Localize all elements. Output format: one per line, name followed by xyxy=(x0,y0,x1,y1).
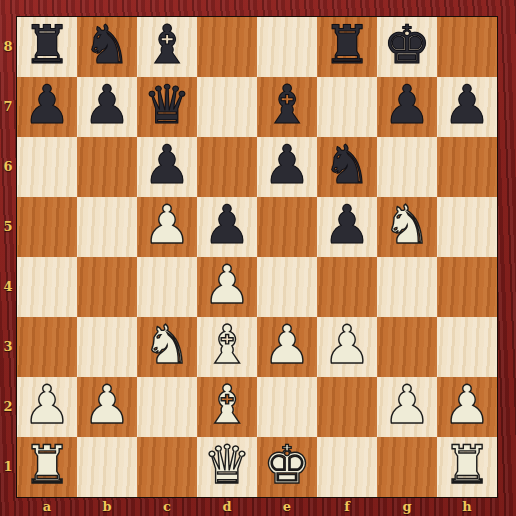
white-bishop[interactable]: ♝ xyxy=(203,375,251,435)
square-c8[interactable]: ♝ xyxy=(137,17,197,77)
square-e7[interactable]: ♝ xyxy=(257,77,317,137)
square-a8[interactable]: ♜ xyxy=(17,17,77,77)
rank-label-3: 3 xyxy=(0,317,16,377)
file-label-f: f xyxy=(317,499,377,516)
square-c1[interactable] xyxy=(137,437,197,497)
square-f5[interactable]: ♟ xyxy=(317,197,377,257)
square-a6[interactable] xyxy=(17,137,77,197)
square-b2[interactable]: ♟ xyxy=(77,377,137,437)
square-f7[interactable] xyxy=(317,77,377,137)
white-knight[interactable]: ♞ xyxy=(143,315,191,375)
square-c3[interactable]: ♞ xyxy=(137,317,197,377)
white-bishop[interactable]: ♝ xyxy=(203,315,251,375)
file-label-h: h xyxy=(437,499,497,516)
square-d5[interactable]: ♟ xyxy=(197,197,257,257)
square-b6[interactable] xyxy=(77,137,137,197)
square-e6[interactable]: ♟ xyxy=(257,137,317,197)
black-pawn[interactable]: ♟ xyxy=(23,75,71,135)
white-pawn[interactable]: ♟ xyxy=(83,375,131,435)
square-b5[interactable] xyxy=(77,197,137,257)
black-knight[interactable]: ♞ xyxy=(83,15,131,75)
square-h6[interactable] xyxy=(437,137,497,197)
chess-board: ♜♞♝♜♚♟♟♛♝♟♟♟♟♞♟♟♟♞♟♞♝♟♟♟♟♝♟♟♜♛♚♜ xyxy=(16,16,498,498)
white-king[interactable]: ♚ xyxy=(263,435,311,495)
file-label-a: a xyxy=(17,499,77,516)
black-rook[interactable]: ♜ xyxy=(23,15,71,75)
square-b3[interactable] xyxy=(77,317,137,377)
square-e4[interactable] xyxy=(257,257,317,317)
black-bishop[interactable]: ♝ xyxy=(143,15,191,75)
rank-label-6: 6 xyxy=(0,137,16,197)
black-bishop[interactable]: ♝ xyxy=(263,75,311,135)
square-b1[interactable] xyxy=(77,437,137,497)
square-h2[interactable]: ♟ xyxy=(437,377,497,437)
square-f3[interactable]: ♟ xyxy=(317,317,377,377)
square-h8[interactable] xyxy=(437,17,497,77)
square-g1[interactable] xyxy=(377,437,437,497)
black-pawn[interactable]: ♟ xyxy=(143,135,191,195)
white-pawn[interactable]: ♟ xyxy=(443,375,491,435)
white-pawn[interactable]: ♟ xyxy=(143,195,191,255)
white-queen[interactable]: ♛ xyxy=(203,435,251,495)
file-label-g: g xyxy=(377,499,437,516)
rank-label-8: 8 xyxy=(0,17,16,77)
square-g2[interactable]: ♟ xyxy=(377,377,437,437)
square-g5[interactable]: ♞ xyxy=(377,197,437,257)
square-f8[interactable]: ♜ xyxy=(317,17,377,77)
white-pawn[interactable]: ♟ xyxy=(203,255,251,315)
square-d7[interactable] xyxy=(197,77,257,137)
square-b7[interactable]: ♟ xyxy=(77,77,137,137)
rank-label-5: 5 xyxy=(0,197,16,257)
rank-label-4: 4 xyxy=(0,257,16,317)
white-pawn[interactable]: ♟ xyxy=(323,315,371,375)
file-label-d: d xyxy=(197,499,257,516)
square-e8[interactable] xyxy=(257,17,317,77)
square-h1[interactable]: ♜ xyxy=(437,437,497,497)
square-e3[interactable]: ♟ xyxy=(257,317,317,377)
file-label-b: b xyxy=(77,499,137,516)
white-pawn[interactable]: ♟ xyxy=(263,315,311,375)
black-queen[interactable]: ♛ xyxy=(143,75,191,135)
square-a1[interactable]: ♜ xyxy=(17,437,77,497)
square-d3[interactable]: ♝ xyxy=(197,317,257,377)
square-g6[interactable] xyxy=(377,137,437,197)
square-g3[interactable] xyxy=(377,317,437,377)
square-f6[interactable]: ♞ xyxy=(317,137,377,197)
square-c2[interactable] xyxy=(137,377,197,437)
square-c6[interactable]: ♟ xyxy=(137,137,197,197)
square-a7[interactable]: ♟ xyxy=(17,77,77,137)
square-h4[interactable] xyxy=(437,257,497,317)
square-a4[interactable] xyxy=(17,257,77,317)
square-a3[interactable] xyxy=(17,317,77,377)
white-pawn[interactable]: ♟ xyxy=(383,375,431,435)
square-c7[interactable]: ♛ xyxy=(137,77,197,137)
black-pawn[interactable]: ♟ xyxy=(203,195,251,255)
white-rook[interactable]: ♜ xyxy=(23,435,71,495)
square-d2[interactable]: ♝ xyxy=(197,377,257,437)
white-rook[interactable]: ♜ xyxy=(443,435,491,495)
black-pawn[interactable]: ♟ xyxy=(323,195,371,255)
square-f2[interactable] xyxy=(317,377,377,437)
square-d6[interactable] xyxy=(197,137,257,197)
file-label-c: c xyxy=(137,499,197,516)
square-f4[interactable] xyxy=(317,257,377,317)
square-d8[interactable] xyxy=(197,17,257,77)
square-a2[interactable]: ♟ xyxy=(17,377,77,437)
rank-label-7: 7 xyxy=(0,77,16,137)
black-pawn[interactable]: ♟ xyxy=(383,75,431,135)
square-h3[interactable] xyxy=(437,317,497,377)
square-a5[interactable] xyxy=(17,197,77,257)
rank-label-2: 2 xyxy=(0,377,16,437)
square-e1[interactable]: ♚ xyxy=(257,437,317,497)
square-h5[interactable] xyxy=(437,197,497,257)
white-knight[interactable]: ♞ xyxy=(383,195,431,255)
black-pawn[interactable]: ♟ xyxy=(83,75,131,135)
square-g4[interactable] xyxy=(377,257,437,317)
black-knight[interactable]: ♞ xyxy=(323,135,371,195)
square-b4[interactable] xyxy=(77,257,137,317)
square-d1[interactable]: ♛ xyxy=(197,437,257,497)
rank-label-1: 1 xyxy=(0,437,16,497)
black-king[interactable]: ♚ xyxy=(383,15,431,75)
black-pawn[interactable]: ♟ xyxy=(443,75,491,135)
square-c5[interactable]: ♟ xyxy=(137,197,197,257)
square-e2[interactable] xyxy=(257,377,317,437)
square-h7[interactable]: ♟ xyxy=(437,77,497,137)
square-f1[interactable] xyxy=(317,437,377,497)
black-rook[interactable]: ♜ xyxy=(323,15,371,75)
square-c4[interactable] xyxy=(137,257,197,317)
square-g7[interactable]: ♟ xyxy=(377,77,437,137)
chess-board-window: ♜♞♝♜♚♟♟♛♝♟♟♟♟♞♟♟♟♞♟♞♝♟♟♟♟♝♟♟♜♛♚♜ 8765432… xyxy=(0,0,516,516)
square-d4[interactable]: ♟ xyxy=(197,257,257,317)
square-e5[interactable] xyxy=(257,197,317,257)
file-label-e: e xyxy=(257,499,317,516)
black-pawn[interactable]: ♟ xyxy=(263,135,311,195)
square-g8[interactable]: ♚ xyxy=(377,17,437,77)
white-pawn[interactable]: ♟ xyxy=(23,375,71,435)
square-b8[interactable]: ♞ xyxy=(77,17,137,77)
